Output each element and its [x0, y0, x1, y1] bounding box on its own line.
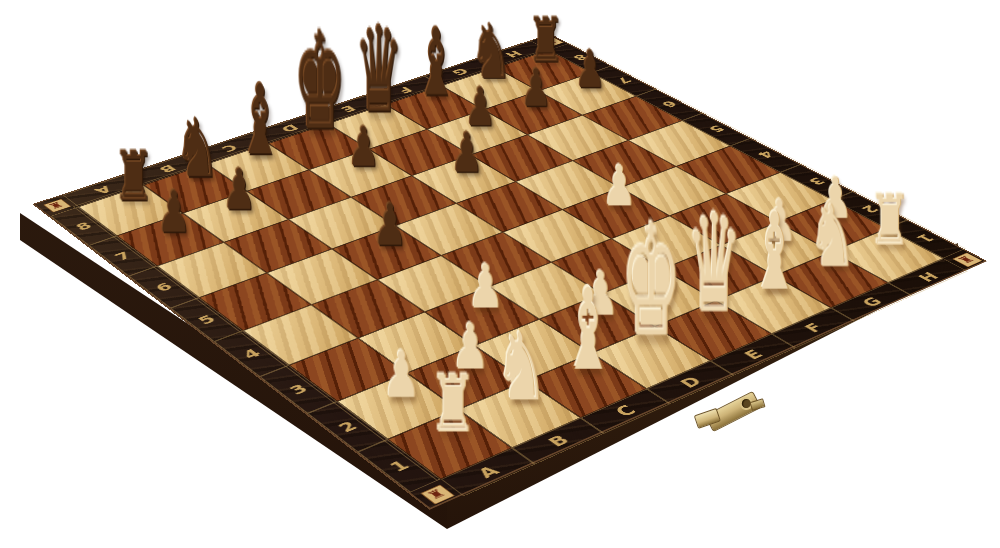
piece-black-pawn-h7[interactable]: ♟ [574, 47, 605, 93]
piece-black-pawn-e6[interactable]: ♟ [450, 129, 483, 178]
piece-black-pawn-c5[interactable]: ♟ [372, 199, 407, 251]
brass-clasp [705, 391, 762, 432]
piece-black-bishop-c8[interactable]: ♝ [238, 78, 282, 165]
board-scene: ♜ABCDEFGH♜8♜♞♝♚♛♝♞♜87♟♟♟♟♟♟76♟65♟54♟43♟3… [32, 34, 987, 510]
clasp-tab [750, 398, 766, 411]
piece-white-king-d1[interactable]: ♚ [621, 213, 681, 352]
piece-black-knight-b8[interactable]: ♞ [175, 113, 220, 185]
piece-black-pawn-b7[interactable]: ♟ [222, 165, 256, 216]
rook-icon: ♜ [419, 484, 454, 504]
piece-white-queen-e1[interactable]: ♛ [686, 203, 742, 326]
piece-white-pawn-c3[interactable]: ♟ [467, 260, 503, 314]
piece-black-queen-e8[interactable]: ♛ [355, 18, 403, 124]
piece-white-bishop-c1[interactable]: ♝ [562, 280, 614, 381]
piece-white-bishop-f1[interactable]: ♝ [750, 205, 799, 301]
piece-white-rook-h1[interactable]: ♜ [868, 190, 910, 253]
piece-black-pawn-a7[interactable]: ♟ [156, 187, 190, 239]
piece-black-pawn-g7[interactable]: ♟ [520, 65, 551, 112]
piece-white-knight-b1[interactable]: ♞ [495, 326, 548, 410]
piece-white-knight-g1[interactable]: ♞ [808, 199, 856, 276]
clasp-flap [694, 408, 721, 429]
rook-icon: ♜ [42, 199, 70, 213]
piece-black-pawn-d7[interactable]: ♟ [347, 123, 380, 172]
piece-black-king-d8[interactable]: ♚ [294, 23, 346, 143]
chess-board: ♜ABCDEFGH♜8♜♞♝♚♛♝♞♜87♟♟♟♟♟♟76♟65♟54♟43♟3… [32, 34, 987, 510]
piece-black-rook-a8[interactable]: ♜ [113, 147, 154, 208]
piece-white-pawn-a2[interactable]: ♟ [382, 347, 420, 405]
piece-white-rook-a1[interactable]: ♜ [429, 369, 476, 440]
piece-black-bishop-f8[interactable]: ♝ [415, 22, 457, 105]
rook-icon: ♜ [951, 252, 982, 267]
product-photo-chess-set: ♜ABCDEFGH♜8♜♞♝♚♛♝♞♜87♟♟♟♟♟♟76♟65♟54♟43♟3… [0, 0, 1000, 548]
